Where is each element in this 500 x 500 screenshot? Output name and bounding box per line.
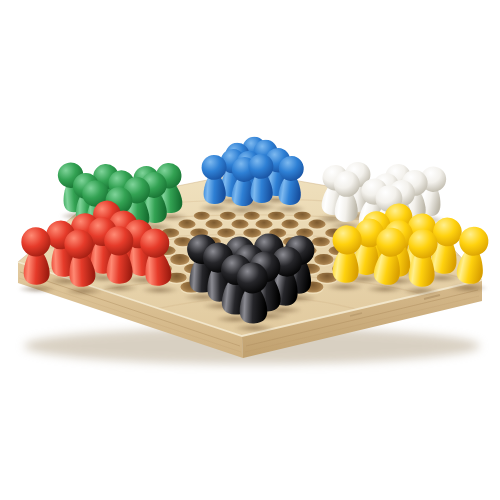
peg-red — [132, 226, 180, 291]
board-hole — [256, 220, 273, 229]
pieces-layer — [0, 0, 500, 500]
chinese-checkers-product-photo — [0, 0, 500, 500]
board-hole — [282, 220, 299, 229]
board-hole — [178, 220, 195, 229]
peg-yellow — [325, 224, 369, 286]
peg-yellow — [448, 224, 497, 289]
peg-blue — [271, 155, 309, 208]
board-hole — [194, 212, 210, 221]
peg-red — [15, 226, 58, 287]
board-hole — [205, 220, 222, 229]
peg-yellow — [400, 228, 444, 290]
board-hole — [231, 220, 248, 229]
peg-black — [230, 261, 276, 326]
